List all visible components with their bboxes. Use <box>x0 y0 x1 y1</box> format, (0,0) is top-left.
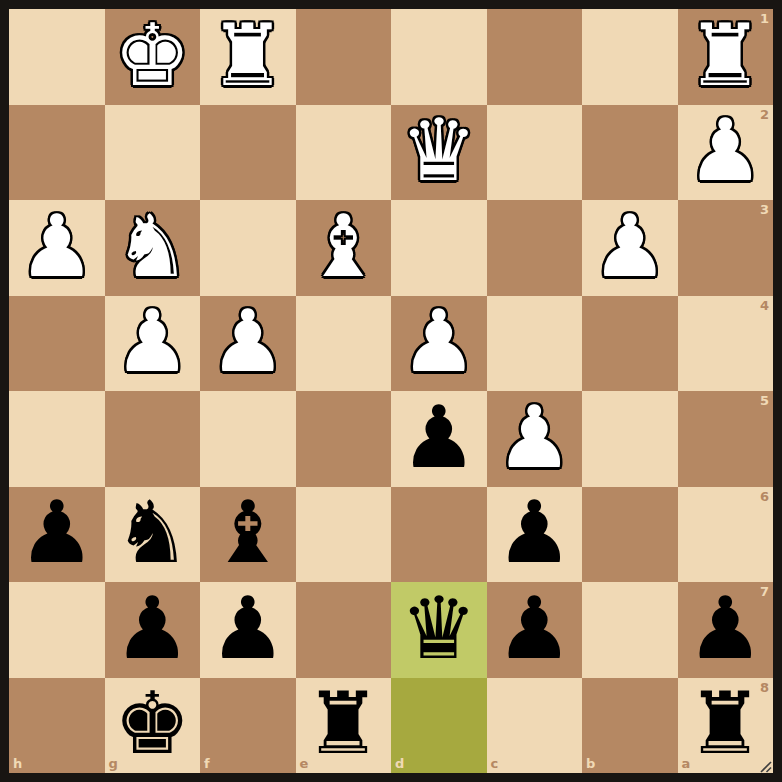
square-f3[interactable] <box>200 200 296 296</box>
coord-file-h: h <box>13 757 22 770</box>
coord-file-f: f <box>204 757 210 770</box>
black-pawn-icon[interactable]: ♟ <box>209 585 286 671</box>
square-f6[interactable]: ♝ <box>200 487 296 583</box>
coord-file-b: b <box>586 757 595 770</box>
square-c5[interactable]: ♟ <box>487 391 583 487</box>
square-e5[interactable] <box>296 391 392 487</box>
square-h7[interactable] <box>9 582 105 678</box>
square-h6[interactable]: ♟ <box>9 487 105 583</box>
white-pawn-icon[interactable]: ♟ <box>687 107 764 193</box>
square-b4[interactable] <box>582 296 678 392</box>
square-b7[interactable] <box>582 582 678 678</box>
square-h8[interactable]: h <box>9 678 105 774</box>
black-rook-icon[interactable]: ♜ <box>687 680 764 766</box>
white-rook-icon[interactable]: ♜ <box>209 12 286 98</box>
square-b3[interactable]: ♟ <box>582 200 678 296</box>
black-pawn-icon[interactable]: ♟ <box>114 585 191 671</box>
coord-file-g: g <box>109 757 118 770</box>
white-king-icon[interactable]: ♚ <box>114 12 191 98</box>
square-h4[interactable] <box>9 296 105 392</box>
square-d3[interactable] <box>391 200 487 296</box>
black-rook-icon[interactable]: ♜ <box>305 680 382 766</box>
square-a5[interactable]: 5 <box>678 391 774 487</box>
coord-file-c: c <box>491 757 499 770</box>
square-a3[interactable]: 3 <box>678 200 774 296</box>
black-pawn-icon[interactable]: ♟ <box>18 489 95 575</box>
square-g2[interactable] <box>105 105 201 201</box>
white-pawn-icon[interactable]: ♟ <box>18 203 95 289</box>
square-a2[interactable]: ♟2 <box>678 105 774 201</box>
square-e3[interactable]: ♝ <box>296 200 392 296</box>
white-pawn-icon[interactable]: ♟ <box>591 203 668 289</box>
square-b2[interactable] <box>582 105 678 201</box>
square-e1[interactable] <box>296 9 392 105</box>
square-f5[interactable] <box>200 391 296 487</box>
square-e2[interactable] <box>296 105 392 201</box>
square-f2[interactable] <box>200 105 296 201</box>
coord-file-a: a <box>682 757 691 770</box>
square-g3[interactable]: ♞ <box>105 200 201 296</box>
square-a1[interactable]: ♜1 <box>678 9 774 105</box>
white-pawn-icon[interactable]: ♟ <box>209 298 286 384</box>
white-pawn-icon[interactable]: ♟ <box>496 394 573 480</box>
square-f1[interactable]: ♜ <box>200 9 296 105</box>
white-pawn-icon[interactable]: ♟ <box>114 298 191 384</box>
black-king-icon[interactable]: ♚ <box>114 680 191 766</box>
square-c8[interactable]: c <box>487 678 583 774</box>
square-a6[interactable]: 6 <box>678 487 774 583</box>
square-g6[interactable]: ♞ <box>105 487 201 583</box>
coord-file-d: d <box>395 757 404 770</box>
square-a4[interactable]: 4 <box>678 296 774 392</box>
square-e7[interactable] <box>296 582 392 678</box>
square-c2[interactable] <box>487 105 583 201</box>
black-bishop-icon[interactable]: ♝ <box>209 489 286 575</box>
square-f7[interactable]: ♟ <box>200 582 296 678</box>
black-pawn-icon[interactable]: ♟ <box>496 585 573 671</box>
chess-board: ♚♜♜1♛♟2♟♞♝♟3♟♟♟4♟♟5♟♞♝♟6♟♟♛♟♟7h♚gf♜edcb♜… <box>0 0 782 782</box>
white-pawn-icon[interactable]: ♟ <box>400 298 477 384</box>
coord-rank-6: 6 <box>760 490 769 503</box>
square-e8[interactable]: ♜e <box>296 678 392 774</box>
square-c4[interactable] <box>487 296 583 392</box>
square-c7[interactable]: ♟ <box>487 582 583 678</box>
square-g4[interactable]: ♟ <box>105 296 201 392</box>
square-h1[interactable] <box>9 9 105 105</box>
black-pawn-icon[interactable]: ♟ <box>496 489 573 575</box>
square-b5[interactable] <box>582 391 678 487</box>
coord-rank-5: 5 <box>760 394 769 407</box>
square-g8[interactable]: ♚g <box>105 678 201 774</box>
square-d4[interactable]: ♟ <box>391 296 487 392</box>
square-d8[interactable]: d <box>391 678 487 774</box>
coord-rank-8: 8 <box>760 681 769 694</box>
white-bishop-icon[interactable]: ♝ <box>305 203 382 289</box>
black-pawn-icon[interactable]: ♟ <box>687 585 764 671</box>
square-h5[interactable] <box>9 391 105 487</box>
square-g1[interactable]: ♚ <box>105 9 201 105</box>
square-d7[interactable]: ♛ <box>391 582 487 678</box>
square-g7[interactable]: ♟ <box>105 582 201 678</box>
square-d5[interactable]: ♟ <box>391 391 487 487</box>
coord-rank-7: 7 <box>760 585 769 598</box>
chess-board-grid: ♚♜♜1♛♟2♟♞♝♟3♟♟♟4♟♟5♟♞♝♟6♟♟♛♟♟7h♚gf♜edcb♜… <box>9 9 773 773</box>
square-f4[interactable]: ♟ <box>200 296 296 392</box>
coord-rank-2: 2 <box>760 108 769 121</box>
white-rook-icon[interactable]: ♜ <box>687 12 764 98</box>
square-a7[interactable]: ♟7 <box>678 582 774 678</box>
black-pawn-icon[interactable]: ♟ <box>400 394 477 480</box>
square-h3[interactable]: ♟ <box>9 200 105 296</box>
square-e6[interactable] <box>296 487 392 583</box>
board-resize-handle-icon[interactable] <box>757 758 772 773</box>
square-b1[interactable] <box>582 9 678 105</box>
square-e4[interactable] <box>296 296 392 392</box>
coord-rank-1: 1 <box>760 12 769 25</box>
square-g5[interactable] <box>105 391 201 487</box>
square-c6[interactable]: ♟ <box>487 487 583 583</box>
square-b8[interactable]: b <box>582 678 678 774</box>
white-knight-icon[interactable]: ♞ <box>114 203 191 289</box>
square-h2[interactable] <box>9 105 105 201</box>
square-d2[interactable]: ♛ <box>391 105 487 201</box>
coord-rank-4: 4 <box>760 299 769 312</box>
square-b6[interactable] <box>582 487 678 583</box>
square-f8[interactable]: f <box>200 678 296 774</box>
black-queen-icon[interactable]: ♛ <box>400 585 477 671</box>
white-queen-icon[interactable]: ♛ <box>400 107 477 193</box>
coord-rank-3: 3 <box>760 203 769 216</box>
coord-file-e: e <box>300 757 309 770</box>
square-c1[interactable] <box>487 9 583 105</box>
square-d1[interactable] <box>391 9 487 105</box>
square-c3[interactable] <box>487 200 583 296</box>
square-d6[interactable] <box>391 487 487 583</box>
black-knight-icon[interactable]: ♞ <box>114 489 191 575</box>
